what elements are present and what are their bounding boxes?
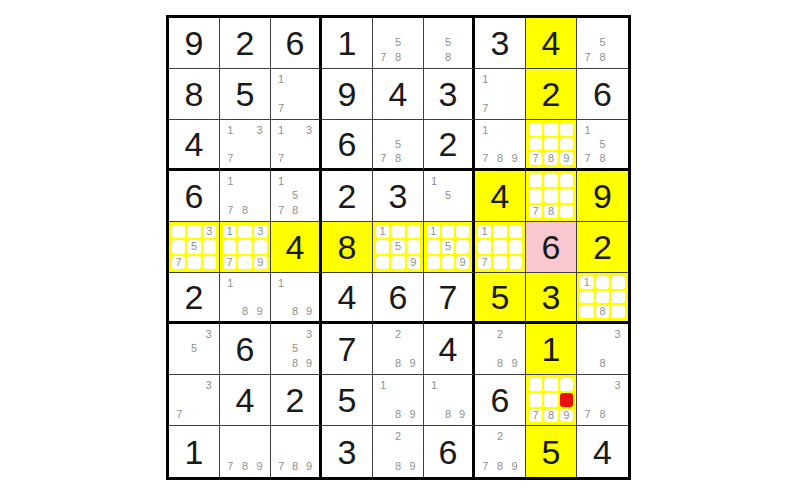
cell-r2c7[interactable]: 17	[475, 69, 526, 120]
candidate-empty	[172, 327, 187, 342]
candidate-empty	[223, 240, 236, 253]
candidate-empty	[172, 240, 185, 253]
candidate-empty	[507, 87, 522, 102]
candidate-empty	[478, 429, 493, 444]
cell-value: 6	[593, 77, 612, 111]
candidate-empty	[509, 240, 522, 253]
candidate-empty	[560, 378, 573, 391]
candidate-empty	[560, 205, 573, 218]
pencil-marks: 78	[526, 171, 576, 221]
candidate-empty	[405, 444, 420, 459]
candidate-8: 8	[288, 459, 302, 474]
cell-value: 9	[338, 77, 357, 111]
candidate-empty	[441, 378, 455, 393]
candidate-empty	[274, 444, 288, 459]
candidate-8: 8	[595, 407, 610, 422]
candidate-7: 7	[478, 101, 493, 116]
cell-r6c3[interactable]: 189	[271, 273, 322, 324]
candidate-1: 1	[580, 123, 595, 137]
cell-r3c3[interactable]: 137	[271, 120, 322, 171]
candidate-empty	[376, 444, 391, 459]
candidate-empty	[391, 444, 406, 459]
candidate-empty	[610, 151, 625, 165]
candidate-9: 9	[252, 459, 267, 474]
candidate-5: 5	[595, 137, 610, 151]
pencil-marks: 15	[424, 171, 472, 221]
cell-r8c3[interactable]: 2	[271, 375, 322, 426]
candidate-empty	[376, 429, 391, 444]
candidate-empty	[203, 240, 216, 253]
candidate-5: 5	[595, 36, 610, 51]
candidate-1: 1	[274, 276, 288, 290]
cell-r3c2[interactable]: 137	[220, 120, 271, 171]
candidate-empty	[376, 123, 391, 137]
candidate-8: 8	[595, 50, 610, 65]
candidate-8: 8	[441, 50, 455, 65]
candidate-8: 8	[391, 459, 406, 474]
cell-r2c5[interactable]: 4	[373, 69, 424, 120]
candidate-empty	[610, 393, 625, 408]
candidate-7: 7	[580, 151, 595, 165]
candidate-empty	[580, 291, 594, 304]
cell-r8c2[interactable]: 4	[220, 375, 271, 426]
candidate-empty	[455, 203, 469, 218]
candidate-9: 9	[252, 304, 267, 318]
cell-r1c9[interactable]: 578	[577, 18, 628, 69]
candidate-empty	[376, 137, 391, 151]
candidate-empty	[441, 203, 455, 218]
candidate-empty	[376, 36, 391, 51]
candidate-empty	[238, 174, 253, 189]
candidate-5: 5	[391, 36, 406, 51]
candidate-8: 8	[391, 151, 406, 165]
cell-r6c2[interactable]: 189	[220, 273, 271, 324]
candidate-empty	[580, 137, 595, 151]
candidate-empty	[405, 36, 420, 51]
candidate-empty	[201, 393, 216, 408]
candidate-empty	[455, 36, 469, 51]
candidate-empty	[595, 327, 610, 342]
cell-r1c4[interactable]: 1	[322, 18, 373, 69]
cell-r8c7[interactable]: 6	[475, 375, 526, 426]
candidate-empty	[376, 459, 391, 474]
candidate-3: 3	[610, 378, 625, 393]
cell-r7c2[interactable]: 6	[220, 324, 271, 375]
cell-r9c3[interactable]: 789	[271, 426, 322, 477]
cell-r8c4[interactable]: 5	[322, 375, 373, 426]
cell-r1c6[interactable]: 58	[424, 18, 475, 69]
candidate-8: 8	[391, 356, 406, 371]
cell-r5c6[interactable]: 159	[424, 222, 475, 273]
candidate-empty	[580, 393, 595, 408]
candidate-empty	[478, 327, 493, 342]
candidate-empty	[238, 123, 253, 137]
candidate-7: 7	[274, 101, 288, 116]
candidate-empty	[172, 393, 187, 408]
cell-r1c8[interactable]: 4	[526, 18, 577, 69]
candidate-empty	[376, 21, 391, 36]
candidate-empty	[427, 393, 441, 408]
candidate-empty	[509, 225, 522, 238]
pencil-marks: 189	[424, 375, 472, 425]
candidate-empty	[595, 393, 610, 408]
candidate-empty	[288, 444, 302, 459]
cell-r6c7[interactable]: 5	[475, 273, 526, 324]
candidate-empty	[507, 123, 522, 137]
cell-value: 4	[389, 77, 408, 111]
cell-r2c9[interactable]: 6	[577, 69, 628, 120]
candidate-8: 8	[391, 407, 406, 422]
cell-r9c6[interactable]: 6	[424, 426, 475, 477]
candidate-empty	[187, 225, 200, 238]
pencil-marks: 789	[271, 426, 319, 477]
candidate-5: 5	[442, 240, 455, 253]
cell-r9c8[interactable]: 5	[526, 426, 577, 477]
candidate-empty	[238, 444, 253, 459]
cell-r2c8[interactable]: 2	[526, 69, 577, 120]
candidate-empty	[376, 393, 391, 408]
candidate-3: 3	[302, 327, 316, 342]
candidate-empty	[223, 137, 238, 151]
pencil-marks: 3589	[271, 324, 319, 374]
pencil-marks: 1379	[220, 222, 270, 272]
cell-r7c8[interactable]: 1	[526, 324, 577, 375]
candidate-1: 1	[427, 378, 441, 393]
candidate-empty	[238, 256, 251, 269]
cell-r4c2[interactable]: 178	[220, 171, 271, 222]
cell-value: 7	[439, 280, 458, 314]
candidate-empty	[201, 407, 216, 422]
candidate-empty	[172, 342, 187, 357]
candidate-empty	[427, 203, 441, 218]
candidate-7: 7	[478, 256, 491, 269]
candidate-8: 8	[544, 152, 557, 165]
cell-r4c8[interactable]: 78	[526, 171, 577, 222]
cell-r7c6[interactable]: 4	[424, 324, 475, 375]
candidate-empty	[580, 21, 595, 36]
candidate-empty	[455, 393, 469, 408]
candidate-empty	[391, 21, 406, 36]
candidate-1: 1	[223, 225, 236, 238]
cell-r3c6[interactable]: 2	[424, 120, 475, 171]
pencil-marks: 17	[271, 69, 319, 119]
candidate-empty	[288, 276, 302, 290]
candidate-empty	[544, 138, 557, 151]
cell-r2c1[interactable]: 8	[169, 69, 220, 120]
cell-r4c7[interactable]: 4	[475, 171, 526, 222]
candidate-8: 8	[391, 50, 406, 65]
cell-r5c8[interactable]: 6	[526, 222, 577, 273]
candidate-empty	[302, 342, 316, 357]
cell-value: 8	[338, 230, 357, 264]
candidate-empty	[288, 151, 302, 165]
cell-r4c3[interactable]: 1578	[271, 171, 322, 222]
candidate-empty	[507, 137, 522, 151]
candidate-empty	[610, 407, 625, 422]
candidate-empty	[507, 72, 522, 87]
candidate-empty	[302, 444, 316, 459]
candidate-empty	[302, 290, 316, 304]
candidate-empty	[427, 36, 441, 51]
candidate-8: 8	[441, 407, 455, 422]
cell-r5c7[interactable]: 17	[475, 222, 526, 273]
cell-r4c6[interactable]: 15	[424, 171, 475, 222]
candidate-empty	[252, 174, 267, 189]
cell-r2c3[interactable]: 17	[271, 69, 322, 120]
pencil-marks: 2789	[475, 426, 525, 477]
candidate-empty	[507, 101, 522, 116]
candidate-1: 1	[478, 225, 491, 238]
candidate-1: 1	[427, 225, 440, 238]
cell-r4c1[interactable]: 6	[169, 171, 220, 222]
candidate-8: 8	[595, 356, 610, 371]
pencil-marks: 378	[577, 375, 628, 425]
cell-r1c5[interactable]: 578	[373, 18, 424, 69]
candidate-empty	[238, 290, 253, 304]
cell-r3c9[interactable]: 1578	[577, 120, 628, 171]
cell-r9c7[interactable]: 2789	[475, 426, 526, 477]
candidate-empty	[595, 21, 610, 36]
cell-r5c5[interactable]: 159	[373, 222, 424, 273]
cell-r7c4[interactable]: 7	[322, 324, 373, 375]
candidate-empty	[610, 342, 625, 357]
candidate-empty	[223, 189, 238, 204]
cell-r7c3[interactable]: 3589	[271, 324, 322, 375]
candidate-empty	[493, 72, 508, 87]
cell-r7c5[interactable]: 289	[373, 324, 424, 375]
cell-r7c9[interactable]: 38	[577, 324, 628, 375]
cell-r9c4[interactable]: 3	[322, 426, 373, 477]
candidate-9: 9	[456, 256, 469, 269]
candidate-empty	[405, 378, 420, 393]
candidate-empty	[252, 151, 267, 165]
candidate-empty	[274, 137, 288, 151]
pencil-marks: 18	[577, 273, 628, 321]
candidate-empty	[493, 240, 506, 253]
cell-r3c5[interactable]: 578	[373, 120, 424, 171]
cell-r1c1[interactable]: 9	[169, 18, 220, 69]
candidate-empty	[274, 342, 288, 357]
cell-value: 1	[185, 435, 204, 469]
cell-r8c9[interactable]: 378	[577, 375, 628, 426]
pencil-marks: 159	[424, 222, 472, 272]
candidate-empty	[507, 342, 522, 357]
cell-r8c6[interactable]: 189	[424, 375, 475, 426]
candidate-empty	[302, 276, 316, 290]
candidate-empty	[611, 305, 625, 318]
cell-r2c2[interactable]: 5	[220, 69, 271, 120]
pencil-marks: 1578	[271, 171, 319, 221]
candidate-empty	[274, 304, 288, 318]
candidate-9: 9	[507, 356, 522, 371]
candidate-7: 7	[529, 152, 542, 165]
cell-value: 6	[439, 435, 458, 469]
cell-value: 9	[185, 26, 204, 60]
candidate-7: 7	[223, 459, 238, 474]
candidate-9: 9	[254, 256, 267, 269]
candidate-empty	[580, 356, 595, 371]
candidate-empty	[560, 174, 573, 187]
candidate-8: 8	[544, 409, 557, 422]
candidate-1: 1	[478, 72, 493, 87]
candidate-7: 7	[274, 203, 288, 218]
pencil-marks: 189	[271, 273, 319, 321]
candidate-3: 3	[254, 225, 267, 238]
candidate-empty	[478, 137, 493, 151]
pencil-marks: 58	[424, 18, 472, 68]
cell-r1c2[interactable]: 2	[220, 18, 271, 69]
candidate-empty	[274, 429, 288, 444]
cell-r3c4[interactable]: 6	[322, 120, 373, 171]
candidate-9: 9	[507, 459, 522, 474]
candidate-empty	[288, 87, 302, 102]
candidate-empty	[610, 356, 625, 371]
cell-r5c4[interactable]: 8	[322, 222, 373, 273]
cell-value: 6	[491, 383, 510, 417]
candidate-empty	[580, 378, 595, 393]
candidate-empty	[238, 429, 253, 444]
cell-r2c6[interactable]: 3	[424, 69, 475, 120]
cell-r9c2[interactable]: 789	[220, 426, 271, 477]
candidate-empty	[529, 123, 542, 136]
pencil-marks: 289	[373, 426, 423, 477]
candidate-empty	[238, 189, 253, 204]
cell-r5c2[interactable]: 1379	[220, 222, 271, 273]
candidate-empty	[611, 276, 625, 289]
candidate-empty	[493, 256, 506, 269]
candidate-8: 8	[288, 203, 302, 218]
candidate-9: 9	[302, 356, 316, 371]
cell-r4c4[interactable]: 2	[322, 171, 373, 222]
candidate-empty	[238, 240, 251, 253]
cell-r9c9[interactable]: 4	[577, 426, 628, 477]
candidate-empty	[596, 291, 610, 304]
candidate-empty	[493, 444, 508, 459]
candidate-empty	[391, 342, 406, 357]
cell-r6c5[interactable]: 6	[373, 273, 424, 324]
candidate-empty	[610, 36, 625, 51]
candidate-empty	[288, 174, 302, 189]
candidate-1: 1	[427, 174, 441, 189]
cell-r3c7[interactable]: 1789	[475, 120, 526, 171]
candidate-8: 8	[238, 304, 253, 318]
cell-r6c4[interactable]: 4	[322, 273, 373, 324]
cell-r5c9[interactable]: 2	[577, 222, 628, 273]
cell-r6c9[interactable]: 18	[577, 273, 628, 324]
cell-r6c1[interactable]: 2	[169, 273, 220, 324]
cell-value: 2	[593, 230, 612, 264]
candidate-empty	[391, 378, 406, 393]
candidate-8: 8	[493, 356, 508, 371]
pencil-marks: 1789	[475, 120, 525, 168]
cell-r5c3[interactable]: 4	[271, 222, 322, 273]
conflict-marker	[560, 393, 573, 406]
candidate-7: 7	[274, 151, 288, 165]
candidate-empty	[288, 137, 302, 151]
candidate-empty	[610, 50, 625, 65]
candidate-empty	[201, 342, 216, 357]
cell-r2c4[interactable]: 9	[322, 69, 373, 120]
candidate-empty	[478, 240, 491, 253]
candidate-empty	[529, 378, 542, 391]
candidate-empty	[302, 87, 316, 102]
cell-r3c8[interactable]: 789	[526, 120, 577, 171]
candidate-empty	[376, 256, 389, 269]
cell-value: 6	[286, 26, 305, 60]
cell-r8c8[interactable]: 789	[526, 375, 577, 426]
cell-r9c1[interactable]: 1	[169, 426, 220, 477]
candidate-empty	[441, 393, 455, 408]
cell-value: 2	[185, 280, 204, 314]
candidate-1: 1	[223, 174, 238, 189]
candidate-8: 8	[238, 459, 253, 474]
pencil-marks: 178	[220, 171, 270, 221]
candidate-empty	[405, 429, 420, 444]
candidate-empty	[172, 356, 187, 371]
candidate-empty	[560, 123, 573, 136]
candidate-empty	[288, 327, 302, 342]
candidate-empty	[544, 123, 557, 136]
cell-r7c1[interactable]: 35	[169, 324, 220, 375]
candidate-empty	[427, 189, 441, 204]
candidate-7: 7	[274, 459, 288, 474]
candidate-7: 7	[580, 50, 595, 65]
cell-value: 8	[185, 77, 204, 111]
candidate-7: 7	[580, 407, 595, 422]
cell-r5c1[interactable]: 357	[169, 222, 220, 273]
candidate-7: 7	[376, 151, 391, 165]
candidate-empty	[172, 225, 185, 238]
candidate-empty	[302, 137, 316, 151]
candidate-empty	[455, 21, 469, 36]
candidate-empty	[529, 393, 542, 406]
cell-value: 2	[542, 77, 561, 111]
cell-r8c5[interactable]: 189	[373, 375, 424, 426]
candidate-5: 5	[187, 240, 200, 253]
cell-r4c9[interactable]: 9	[577, 171, 628, 222]
candidate-3: 3	[610, 327, 625, 342]
candidate-2: 2	[391, 429, 406, 444]
cell-r1c7[interactable]: 3	[475, 18, 526, 69]
cell-r6c6[interactable]: 7	[424, 273, 475, 324]
candidate-empty	[302, 429, 316, 444]
cell-r9c5[interactable]: 289	[373, 426, 424, 477]
cell-value: 5	[542, 435, 561, 469]
candidate-empty	[507, 429, 522, 444]
cell-r3c1[interactable]: 4	[169, 120, 220, 171]
cell-r1c3[interactable]: 6	[271, 18, 322, 69]
pencil-marks: 189	[373, 375, 423, 425]
candidate-empty	[493, 123, 508, 137]
cell-r7c7[interactable]: 289	[475, 324, 526, 375]
cell-r8c1[interactable]: 37	[169, 375, 220, 426]
cell-r4c5[interactable]: 3	[373, 171, 424, 222]
candidate-empty	[507, 327, 522, 342]
candidate-empty	[544, 174, 557, 187]
candidate-empty	[610, 123, 625, 137]
candidate-3: 3	[201, 378, 216, 393]
cell-r6c8[interactable]: 3	[526, 273, 577, 324]
candidate-empty	[595, 342, 610, 357]
candidate-empty	[529, 174, 542, 187]
cell-value: 7	[338, 332, 357, 366]
pencil-marks: 37	[169, 375, 219, 425]
candidate-empty	[544, 189, 557, 202]
pencil-marks: 17	[475, 69, 525, 119]
candidate-empty	[580, 342, 595, 357]
candidate-8: 8	[493, 151, 508, 165]
candidate-empty	[442, 256, 455, 269]
